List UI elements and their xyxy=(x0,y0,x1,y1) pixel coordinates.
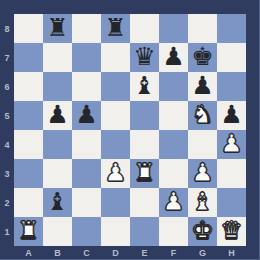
square-d7[interactable] xyxy=(101,43,130,72)
white-pawn[interactable]: ♟ xyxy=(191,160,213,185)
chess-diagram: 87654321 ♜♜♛♟♚♝♟♟♟♞♟♟♟♜♟♝♟♝♜♚♛ ABCDEFGH xyxy=(0,0,260,260)
file-label-d: D xyxy=(101,246,130,260)
square-d6[interactable] xyxy=(101,72,130,101)
square-f1[interactable] xyxy=(159,217,188,246)
white-rook[interactable]: ♜ xyxy=(133,160,155,185)
square-g5[interactable]: ♞ xyxy=(188,101,217,130)
square-h8[interactable] xyxy=(217,14,246,43)
square-a6[interactable] xyxy=(14,72,43,101)
square-c4[interactable] xyxy=(72,130,101,159)
rank-label-7: 7 xyxy=(0,43,14,72)
white-pawn[interactable]: ♟ xyxy=(162,189,184,214)
square-b2[interactable]: ♝ xyxy=(43,188,72,217)
square-g6[interactable]: ♟ xyxy=(188,72,217,101)
file-label-e: E xyxy=(130,246,159,260)
square-f2[interactable]: ♟ xyxy=(159,188,188,217)
white-king[interactable]: ♚ xyxy=(191,218,213,243)
square-d2[interactable] xyxy=(101,188,130,217)
square-e5[interactable] xyxy=(130,101,159,130)
square-h6[interactable] xyxy=(217,72,246,101)
square-f3[interactable] xyxy=(159,159,188,188)
square-c2[interactable] xyxy=(72,188,101,217)
square-h4[interactable]: ♟ xyxy=(217,130,246,159)
rank-label-8: 8 xyxy=(0,14,14,43)
square-f7[interactable]: ♟ xyxy=(159,43,188,72)
square-h3[interactable] xyxy=(217,159,246,188)
chess-board: ♜♜♛♟♚♝♟♟♟♞♟♟♟♜♟♝♟♝♜♚♛ xyxy=(14,14,246,246)
file-label-b: B xyxy=(43,246,72,260)
black-pawn[interactable]: ♟ xyxy=(75,102,97,127)
square-f8[interactable] xyxy=(159,14,188,43)
white-pawn[interactable]: ♟ xyxy=(104,160,126,185)
square-b8[interactable]: ♜ xyxy=(43,14,72,43)
black-pawn[interactable]: ♟ xyxy=(220,102,242,127)
square-c3[interactable] xyxy=(72,159,101,188)
square-e6[interactable]: ♝ xyxy=(130,72,159,101)
square-e4[interactable] xyxy=(130,130,159,159)
square-e7[interactable]: ♛ xyxy=(130,43,159,72)
file-label-c: C xyxy=(72,246,101,260)
square-g7[interactable]: ♚ xyxy=(188,43,217,72)
square-d1[interactable] xyxy=(101,217,130,246)
white-pawn[interactable]: ♟ xyxy=(220,131,242,156)
rank-label-1: 1 xyxy=(0,217,14,246)
square-a3[interactable] xyxy=(14,159,43,188)
file-labels: ABCDEFGH xyxy=(14,246,246,260)
square-g8[interactable] xyxy=(188,14,217,43)
square-d5[interactable] xyxy=(101,101,130,130)
black-bishop[interactable]: ♝ xyxy=(46,189,68,214)
rank-label-6: 6 xyxy=(0,72,14,101)
square-a8[interactable] xyxy=(14,14,43,43)
rank-labels: 87654321 xyxy=(0,14,14,246)
rank-label-5: 5 xyxy=(0,101,14,130)
rank-label-4: 4 xyxy=(0,130,14,159)
square-c5[interactable]: ♟ xyxy=(72,101,101,130)
black-pawn[interactable]: ♟ xyxy=(46,102,68,127)
square-a7[interactable] xyxy=(14,43,43,72)
square-a5[interactable] xyxy=(14,101,43,130)
square-b4[interactable] xyxy=(43,130,72,159)
white-rook[interactable]: ♜ xyxy=(17,218,39,243)
file-label-h: H xyxy=(217,246,246,260)
square-e8[interactable] xyxy=(130,14,159,43)
square-f6[interactable] xyxy=(159,72,188,101)
square-e3[interactable]: ♜ xyxy=(130,159,159,188)
square-h1[interactable]: ♛ xyxy=(217,217,246,246)
square-d4[interactable] xyxy=(101,130,130,159)
black-pawn[interactable]: ♟ xyxy=(191,73,213,98)
black-bishop[interactable]: ♝ xyxy=(133,73,155,98)
square-h5[interactable]: ♟ xyxy=(217,101,246,130)
file-label-a: A xyxy=(14,246,43,260)
square-a1[interactable]: ♜ xyxy=(14,217,43,246)
black-pawn[interactable]: ♟ xyxy=(162,44,184,69)
square-f5[interactable] xyxy=(159,101,188,130)
black-king[interactable]: ♚ xyxy=(191,44,213,69)
square-h2[interactable] xyxy=(217,188,246,217)
square-c1[interactable] xyxy=(72,217,101,246)
square-b6[interactable] xyxy=(43,72,72,101)
square-d3[interactable]: ♟ xyxy=(101,159,130,188)
square-e1[interactable] xyxy=(130,217,159,246)
square-e2[interactable] xyxy=(130,188,159,217)
file-label-g: G xyxy=(188,246,217,260)
square-g4[interactable] xyxy=(188,130,217,159)
square-c7[interactable] xyxy=(72,43,101,72)
square-a2[interactable] xyxy=(14,188,43,217)
square-g1[interactable]: ♚ xyxy=(188,217,217,246)
square-c6[interactable] xyxy=(72,72,101,101)
white-queen[interactable]: ♛ xyxy=(220,218,242,243)
square-d8[interactable]: ♜ xyxy=(101,14,130,43)
black-rook[interactable]: ♜ xyxy=(46,15,68,40)
file-label-f: F xyxy=(159,246,188,260)
square-c8[interactable] xyxy=(72,14,101,43)
white-bishop[interactable]: ♝ xyxy=(191,189,213,214)
white-knight[interactable]: ♞ xyxy=(191,102,213,127)
square-b5[interactable]: ♟ xyxy=(43,101,72,130)
rank-label-3: 3 xyxy=(0,159,14,188)
square-b1[interactable] xyxy=(43,217,72,246)
square-b7[interactable] xyxy=(43,43,72,72)
square-f4[interactable] xyxy=(159,130,188,159)
square-b3[interactable] xyxy=(43,159,72,188)
square-g2[interactable]: ♝ xyxy=(188,188,217,217)
square-g3[interactable]: ♟ xyxy=(188,159,217,188)
rank-label-2: 2 xyxy=(0,188,14,217)
black-queen[interactable]: ♛ xyxy=(133,44,155,69)
square-h7[interactable] xyxy=(217,43,246,72)
black-rook[interactable]: ♜ xyxy=(104,15,126,40)
square-a4[interactable] xyxy=(14,130,43,159)
